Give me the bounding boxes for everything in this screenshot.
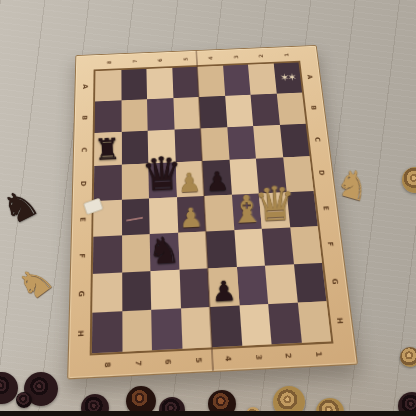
- coord-label: 3: [247, 341, 269, 373]
- square-h2[interactable]: [268, 303, 301, 345]
- square-g1[interactable]: [293, 263, 326, 303]
- chess-board: 87654321 87654321 ABCDEFGH ABCDEFGH ✶✶♜♛…: [67, 45, 358, 379]
- square-a8[interactable]: [95, 70, 121, 102]
- square-a5[interactable]: [172, 67, 199, 98]
- square-a7[interactable]: [121, 69, 147, 101]
- coord-label: 6: [157, 346, 178, 378]
- white-queen-e2[interactable]: ♛: [253, 179, 297, 228]
- coord-label: 5: [187, 344, 208, 376]
- board-frame: 87654321 87654321 ABCDEFGH ABCDEFGH ✶✶♜♛…: [67, 45, 358, 379]
- square-f1[interactable]: [290, 226, 322, 264]
- black-knight-f6[interactable]: ♞: [147, 232, 181, 270]
- square-d8[interactable]: [94, 165, 122, 201]
- square-g2[interactable]: [265, 264, 297, 304]
- square-h1[interactable]: [297, 301, 331, 343]
- square-f4[interactable]: [206, 230, 237, 268]
- square-c2[interactable]: [253, 125, 283, 159]
- captured-piece-top[interactable]: [402, 167, 416, 193]
- square-f7[interactable]: [122, 234, 151, 273]
- square-a6[interactable]: [146, 68, 173, 99]
- square-d4[interactable]: ♟: [202, 160, 231, 195]
- square-f8[interactable]: [93, 235, 122, 274]
- square-g3[interactable]: [236, 265, 268, 305]
- file-labels-left: ABCDEFGH: [71, 71, 94, 354]
- square-e7[interactable]: [121, 198, 149, 235]
- square-g5[interactable]: [179, 268, 210, 308]
- black-pawn-g4[interactable]: ♟: [211, 277, 237, 306]
- coord-label: 8: [97, 349, 117, 381]
- bottom-edge-shadow: [0, 411, 416, 416]
- square-h7[interactable]: [122, 310, 152, 352]
- square-a2[interactable]: [248, 64, 276, 95]
- coord-label: 7: [127, 347, 147, 379]
- manufacturer-stamp: ✶✶: [279, 71, 295, 83]
- square-scratch: [126, 217, 143, 222]
- captured-piece-top[interactable]: [16, 392, 32, 408]
- square-g4[interactable]: ♟: [208, 267, 239, 307]
- square-b7[interactable]: [121, 99, 148, 132]
- black-knight-lying[interactable]: ♞: [0, 180, 45, 232]
- square-a4[interactable]: [197, 66, 224, 97]
- square-g8[interactable]: [92, 272, 121, 312]
- white-knight-lying[interactable]: ♞: [10, 258, 60, 309]
- square-c3[interactable]: [227, 126, 256, 160]
- white-knight-lying[interactable]: ♞: [331, 162, 374, 208]
- captured-piece-top[interactable]: [400, 347, 416, 367]
- square-e5[interactable]: ♟: [176, 196, 205, 233]
- square-g6[interactable]: [150, 270, 180, 310]
- square-b1[interactable]: [276, 93, 305, 126]
- square-b5[interactable]: [173, 97, 201, 130]
- square-h8[interactable]: [92, 311, 122, 353]
- square-b4[interactable]: [199, 96, 227, 129]
- square-b6[interactable]: [147, 98, 174, 131]
- square-b8[interactable]: [95, 100, 122, 133]
- coord-label: 4: [217, 343, 239, 375]
- square-h3[interactable]: [239, 304, 272, 346]
- square-c4[interactable]: [200, 127, 229, 161]
- square-h4[interactable]: [210, 305, 242, 347]
- square-f2[interactable]: [262, 227, 294, 265]
- black-rook-c8[interactable]: ♜: [93, 135, 121, 166]
- square-f6[interactable]: ♞: [150, 232, 179, 270]
- square-a3[interactable]: [223, 65, 251, 96]
- coord-label: 1: [306, 338, 329, 370]
- square-a1[interactable]: ✶✶: [273, 62, 302, 93]
- white-pawn-e5[interactable]: ♟: [179, 204, 204, 232]
- square-e2[interactable]: ♛: [259, 192, 290, 229]
- square-f3[interactable]: [234, 228, 265, 266]
- square-b2[interactable]: [251, 94, 280, 127]
- black-pawn-d4[interactable]: ♟: [205, 167, 229, 194]
- coord-label: 2: [276, 340, 298, 372]
- square-c8[interactable]: ♜: [94, 132, 121, 166]
- square-c1[interactable]: [279, 124, 309, 158]
- square-h6[interactable]: [151, 308, 182, 350]
- board-grid: ✶✶♜♛♟♟♟♝♛♞♟: [92, 62, 331, 353]
- square-h5[interactable]: [180, 307, 211, 349]
- square-g7[interactable]: [122, 271, 152, 311]
- square-b3[interactable]: [225, 95, 253, 128]
- square-d6[interactable]: ♛: [148, 163, 176, 198]
- square-f5[interactable]: [178, 231, 208, 269]
- square-e6[interactable]: [149, 197, 178, 234]
